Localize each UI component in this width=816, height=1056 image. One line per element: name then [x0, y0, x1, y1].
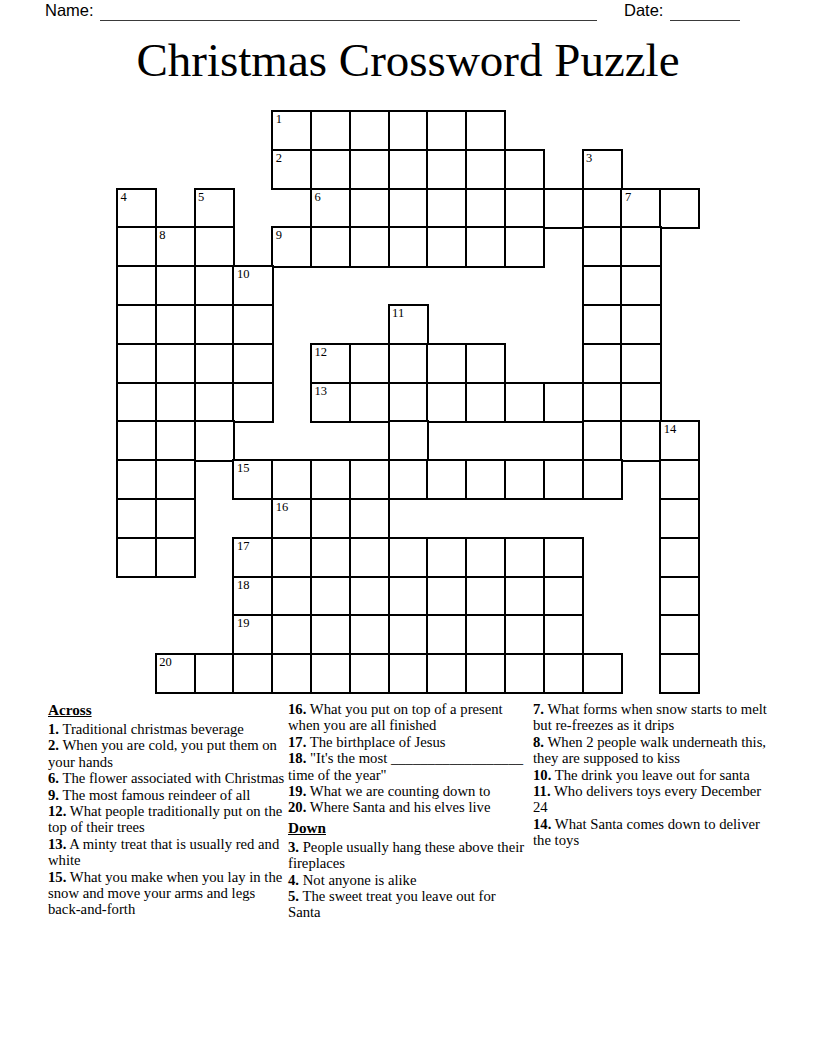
- grid-cell-r12c5[interactable]: [310, 576, 351, 617]
- grid-cell-r10c14[interactable]: [659, 498, 700, 539]
- grid-cell-r13c3[interactable]: 19: [232, 614, 273, 655]
- grid-cell-r3c4[interactable]: 9: [271, 226, 312, 267]
- grid-cell-r3c0[interactable]: [116, 226, 157, 267]
- name-input-line[interactable]: [100, 4, 597, 21]
- down-heading: Down: [288, 819, 531, 836]
- grid-cell-r13c6[interactable]: [349, 614, 390, 655]
- grid-cell-r5c3[interactable]: [232, 304, 273, 345]
- grid-cell-r6c7[interactable]: [388, 343, 429, 384]
- grid-cell-r10c1[interactable]: [155, 498, 196, 539]
- grid-cell-r1c12[interactable]: 3: [582, 149, 623, 190]
- grid-cell-r7c7[interactable]: [388, 382, 429, 423]
- across-clue-list: 1. Traditional christmas beverage2. When…: [48, 721, 285, 918]
- grid-cell-r8c12[interactable]: [582, 420, 623, 461]
- grid-cell-r3c7[interactable]: [388, 226, 429, 267]
- grid-cell-r2c7[interactable]: [388, 188, 429, 229]
- grid-cell-r7c5[interactable]: 13: [310, 382, 351, 423]
- clue-8: 8. When 2 people walk underneath this, t…: [533, 734, 775, 767]
- grid-cell-r7c0[interactable]: [116, 382, 157, 423]
- grid-cell-r6c6[interactable]: [349, 343, 390, 384]
- grid-cell-r1c10[interactable]: [504, 149, 545, 190]
- grid-cell-r10c5[interactable]: [310, 498, 351, 539]
- grid-cell-r14c9[interactable]: [465, 653, 506, 694]
- grid-cell-r9c11[interactable]: [543, 459, 584, 500]
- grid-cell-r11c4[interactable]: [271, 537, 312, 578]
- clue-18: 18. "It's the most __________________ ti…: [288, 750, 531, 783]
- grid-cell-r12c11[interactable]: [543, 576, 584, 617]
- grid-cell-r2c14[interactable]: [659, 188, 700, 229]
- clue-10: 10. The drink you leave out for santa: [533, 767, 775, 783]
- grid-cell-r6c9[interactable]: [465, 343, 506, 384]
- grid-cell-r12c8[interactable]: [426, 576, 467, 617]
- grid-cell-r8c2[interactable]: [194, 420, 235, 461]
- grid-cell-r13c9[interactable]: [465, 614, 506, 655]
- clue-4: 4. Not anyone is alike: [288, 872, 531, 888]
- clue-number-8: 8: [159, 229, 165, 242]
- grid-cell-r9c7[interactable]: [388, 459, 429, 500]
- clue-3: 3. People usually hang these above their…: [288, 839, 531, 872]
- crossword-grid: 1234567891011121314151617181920: [116, 110, 701, 695]
- grid-cell-r3c9[interactable]: [465, 226, 506, 267]
- grid-cell-r5c12[interactable]: [582, 304, 623, 345]
- grid-cell-r2c6[interactable]: [349, 188, 390, 229]
- grid-cell-r6c5[interactable]: 12: [310, 343, 351, 384]
- grid-cell-r11c1[interactable]: [155, 537, 196, 578]
- grid-cell-r9c4[interactable]: [271, 459, 312, 500]
- grid-cell-r7c2[interactable]: [194, 382, 235, 423]
- clue-number-18: 18: [237, 579, 250, 592]
- clue-number-9: 9: [276, 229, 282, 242]
- clues-column-3: 7. What forms when snow starts to melt b…: [533, 701, 775, 849]
- clue-19: 19. What we are counting down to: [288, 783, 531, 799]
- grid-cell-r7c10[interactable]: [504, 382, 545, 423]
- grid-cell-r12c4[interactable]: [271, 576, 312, 617]
- grid-cell-r3c5[interactable]: [310, 226, 351, 267]
- worksheet-page: { "game": "crossword", "title": "Christm…: [0, 0, 816, 1056]
- date-label: Date:: [624, 1, 663, 20]
- grid-cell-r3c8[interactable]: [426, 226, 467, 267]
- clue-number-14: 14: [664, 423, 677, 436]
- grid-cell-r1c8[interactable]: [426, 149, 467, 190]
- grid-cell-r1c5[interactable]: [310, 149, 351, 190]
- grid-cell-r1c9[interactable]: [465, 149, 506, 190]
- grid-cell-r14c12[interactable]: [582, 653, 623, 694]
- across-clue-list-continued: 16. What you put on top of a present whe…: [288, 701, 531, 816]
- grid-cell-r7c1[interactable]: [155, 382, 196, 423]
- grid-cell-r7c6[interactable]: [349, 382, 390, 423]
- grid-cell-r4c13[interactable]: [620, 265, 661, 306]
- grid-cell-r3c2[interactable]: [194, 226, 235, 267]
- grid-cell-r6c0[interactable]: [116, 343, 157, 384]
- clue-number-6: 6: [315, 191, 321, 204]
- grid-cell-r14c10[interactable]: [504, 653, 545, 694]
- name-label: Name:: [45, 1, 94, 20]
- down-clue-list-continued: 7. What forms when snow starts to melt b…: [533, 701, 775, 849]
- grid-cell-r14c11[interactable]: [543, 653, 584, 694]
- date-input-line[interactable]: [670, 4, 740, 21]
- grid-cell-r5c2[interactable]: [194, 304, 235, 345]
- grid-cell-r6c2[interactable]: [194, 343, 235, 384]
- grid-cell-r13c14[interactable]: [659, 614, 700, 655]
- clue-number-19: 19: [237, 617, 250, 630]
- clue-5: 5. The sweet treat you leave out for San…: [288, 888, 531, 921]
- grid-cell-r0c5[interactable]: [310, 110, 351, 151]
- clue-number-16: 16: [276, 501, 289, 514]
- grid-cell-r4c1[interactable]: [155, 265, 196, 306]
- clue-number-7: 7: [625, 191, 631, 204]
- clues-column-1: Across 1. Traditional christmas beverage…: [48, 701, 285, 918]
- grid-cell-r9c10[interactable]: [504, 459, 545, 500]
- grid-cell-r9c9[interactable]: [465, 459, 506, 500]
- grid-cell-r8c0[interactable]: [116, 420, 157, 461]
- grid-cell-r12c6[interactable]: [349, 576, 390, 617]
- grid-cell-r0c7[interactable]: [388, 110, 429, 151]
- grid-cell-r4c2[interactable]: [194, 265, 235, 306]
- grid-cell-r5c7[interactable]: 11: [388, 304, 429, 345]
- grid-cell-r12c7[interactable]: [388, 576, 429, 617]
- grid-cell-r12c9[interactable]: [465, 576, 506, 617]
- grid-cell-r14c5[interactable]: [310, 653, 351, 694]
- clue-number-4: 4: [121, 191, 127, 204]
- grid-cell-r14c1[interactable]: 20: [155, 653, 196, 694]
- grid-cell-r11c5[interactable]: [310, 537, 351, 578]
- grid-cell-r9c5[interactable]: [310, 459, 351, 500]
- grid-cell-r2c10[interactable]: [504, 188, 545, 229]
- grid-cell-r13c8[interactable]: [426, 614, 467, 655]
- clue-number-12: 12: [315, 346, 328, 359]
- grid-cell-r10c6[interactable]: [349, 498, 390, 539]
- grid-cell-r7c13[interactable]: [620, 382, 661, 423]
- clue-number-2: 2: [276, 152, 282, 165]
- grid-cell-r11c9[interactable]: [465, 537, 506, 578]
- grid-cell-r5c13[interactable]: [620, 304, 661, 345]
- grid-cell-r8c13[interactable]: [620, 420, 661, 461]
- clue-number-15: 15: [237, 462, 250, 475]
- grid-cell-r13c10[interactable]: [504, 614, 545, 655]
- clue-16: 16. What you put on top of a present whe…: [288, 701, 531, 734]
- grid-cell-r3c13[interactable]: [620, 226, 661, 267]
- grid-cell-r13c7[interactable]: [388, 614, 429, 655]
- grid-cell-r9c14[interactable]: [659, 459, 700, 500]
- grid-cell-r2c5[interactable]: 6: [310, 188, 351, 229]
- grid-cell-r9c8[interactable]: [426, 459, 467, 500]
- grid-cell-r9c0[interactable]: [116, 459, 157, 500]
- grid-cell-r13c5[interactable]: [310, 614, 351, 655]
- grid-cell-r2c11[interactable]: [543, 188, 584, 229]
- grid-cell-r6c13[interactable]: [620, 343, 661, 384]
- grid-cell-r3c10[interactable]: [504, 226, 545, 267]
- grid-cell-r3c12[interactable]: [582, 226, 623, 267]
- grid-cell-r9c3[interactable]: 15: [232, 459, 273, 500]
- grid-cell-r10c0[interactable]: [116, 498, 157, 539]
- grid-cell-r2c13[interactable]: 7: [620, 188, 661, 229]
- clue-number-11: 11: [392, 307, 404, 320]
- across-heading: Across: [48, 701, 285, 718]
- clue-13: 13. A minty treat that is usually red an…: [48, 836, 285, 869]
- grid-cell-r9c6[interactable]: [349, 459, 390, 500]
- clue-14: 14. What Santa comes down to deliver the…: [533, 816, 775, 849]
- grid-cell-r7c8[interactable]: [426, 382, 467, 423]
- grid-cell-r9c12[interactable]: [582, 459, 623, 500]
- grid-cell-r14c14[interactable]: [659, 653, 700, 694]
- grid-cell-r7c3[interactable]: [232, 382, 273, 423]
- grid-cell-r3c1[interactable]: 8: [155, 226, 196, 267]
- clues-column-2: 16. What you put on top of a present whe…: [288, 701, 531, 921]
- grid-cell-r14c4[interactable]: [271, 653, 312, 694]
- grid-cell-r7c9[interactable]: [465, 382, 506, 423]
- grid-cell-r0c8[interactable]: [426, 110, 467, 151]
- grid-cell-r11c7[interactable]: [388, 537, 429, 578]
- clue-number-13: 13: [315, 385, 328, 398]
- grid-cell-r2c8[interactable]: [426, 188, 467, 229]
- clue-20: 20. Where Santa and his elves live: [288, 799, 531, 815]
- grid-cell-r8c7[interactable]: [388, 420, 429, 461]
- clue-number-10: 10: [237, 268, 250, 281]
- grid-cell-r11c6[interactable]: [349, 537, 390, 578]
- grid-cell-r7c12[interactable]: [582, 382, 623, 423]
- grid-cell-r4c12[interactable]: [582, 265, 623, 306]
- grid-cell-r11c3[interactable]: 17: [232, 537, 273, 578]
- grid-cell-r6c1[interactable]: [155, 343, 196, 384]
- clue-number-1: 1: [276, 113, 282, 126]
- grid-cell-r12c14[interactable]: [659, 576, 700, 617]
- grid-cell-r5c1[interactable]: [155, 304, 196, 345]
- grid-cell-r11c10[interactable]: [504, 537, 545, 578]
- grid-cell-r9c1[interactable]: [155, 459, 196, 500]
- grid-cell-r12c3[interactable]: 18: [232, 576, 273, 617]
- page-title: Christmas Crossword Puzzle: [0, 33, 816, 87]
- grid-cell-r2c9[interactable]: [465, 188, 506, 229]
- clue-2: 2. When you are cold, you put them on yo…: [48, 737, 285, 770]
- grid-cell-r14c8[interactable]: [426, 653, 467, 694]
- grid-cell-r6c3[interactable]: [232, 343, 273, 384]
- grid-cell-r14c6[interactable]: [349, 653, 390, 694]
- clue-6: 6. The flower associated with Christmas: [48, 770, 285, 786]
- grid-cell-r4c0[interactable]: [116, 265, 157, 306]
- clue-7: 7. What forms when snow starts to melt b…: [533, 701, 775, 734]
- grid-cell-r11c14[interactable]: [659, 537, 700, 578]
- grid-cell-r14c7[interactable]: [388, 653, 429, 694]
- clue-number-17: 17: [237, 540, 250, 553]
- grid-cell-r0c6[interactable]: [349, 110, 390, 151]
- grid-cell-r2c12[interactable]: [582, 188, 623, 229]
- clue-12: 12. What people traditionally put on the…: [48, 803, 285, 836]
- clue-17: 17. The birthplace of Jesus: [288, 734, 531, 750]
- clue-15: 15. What you make when you lay in the sn…: [48, 869, 285, 918]
- clue-number-20: 20: [159, 656, 172, 669]
- clue-9: 9. The most famous reindeer of all: [48, 787, 285, 803]
- grid-cell-r1c4[interactable]: 2: [271, 149, 312, 190]
- grid-cell-r13c4[interactable]: [271, 614, 312, 655]
- grid-cell-r12c10[interactable]: [504, 576, 545, 617]
- clue-11: 11. Who delivers toys every December 24: [533, 783, 775, 816]
- grid-cell-r2c0[interactable]: 4: [116, 188, 157, 229]
- clue-number-5: 5: [198, 191, 204, 204]
- clue-number-3: 3: [586, 152, 592, 165]
- grid-cell-r0c9[interactable]: [465, 110, 506, 151]
- grid-cell-r3c6[interactable]: [349, 226, 390, 267]
- grid-cell-r10c4[interactable]: 16: [271, 498, 312, 539]
- grid-cell-r2c2[interactable]: 5: [194, 188, 235, 229]
- grid-cell-r6c12[interactable]: [582, 343, 623, 384]
- down-clue-list: 3. People usually hang these above their…: [288, 839, 531, 921]
- grid-cell-r1c7[interactable]: [388, 149, 429, 190]
- grid-cell-r13c11[interactable]: [543, 614, 584, 655]
- grid-cell-r14c2[interactable]: [194, 653, 235, 694]
- grid-cell-r14c3[interactable]: [232, 653, 273, 694]
- grid-cell-r1c6[interactable]: [349, 149, 390, 190]
- grid-cell-r8c14[interactable]: 14: [659, 420, 700, 461]
- grid-cell-r8c1[interactable]: [155, 420, 196, 461]
- grid-cell-r0c4[interactable]: 1: [271, 110, 312, 151]
- grid-cell-r11c11[interactable]: [543, 537, 584, 578]
- grid-cell-r11c8[interactable]: [426, 537, 467, 578]
- grid-cell-r11c0[interactable]: [116, 537, 157, 578]
- grid-cell-r5c0[interactable]: [116, 304, 157, 345]
- grid-cell-r7c11[interactable]: [543, 382, 584, 423]
- grid-cell-r4c3[interactable]: 10: [232, 265, 273, 306]
- grid-cell-r6c8[interactable]: [426, 343, 467, 384]
- clue-1: 1. Traditional christmas beverage: [48, 721, 285, 737]
